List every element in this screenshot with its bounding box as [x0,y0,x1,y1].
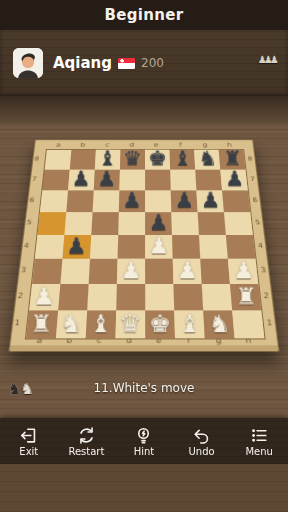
white-rook-h2[interactable]: ♜ [232,285,261,310]
square-e8[interactable]: ♚ [145,150,170,170]
square-h3[interactable]: ♟ [228,259,258,284]
white-pawn-e4[interactable]: ♟ [145,235,173,258]
black-pawn-c7[interactable]: ♟ [94,168,120,190]
square-c3[interactable] [89,259,118,284]
bottom-toolbar: Exit Restart Hint Undo Menu [0,418,288,464]
square-h7[interactable]: ♟ [220,170,247,191]
square-a1[interactable]: ♜ [26,310,58,338]
white-knight-b1[interactable]: ♞ [56,312,86,337]
square-g4[interactable] [199,235,228,259]
coord-label: 1 [13,309,22,337]
status-row: ♞♞ 11.White's move [0,380,288,398]
coord-label: 7 [249,169,256,190]
coord-label: 2 [16,283,24,309]
square-b6[interactable] [66,190,93,212]
square-a3[interactable] [32,259,62,284]
table-shadow [0,96,288,126]
square-f8[interactable]: ♝ [170,150,196,170]
square-e1[interactable]: ♚ [145,310,175,338]
square-f6[interactable]: ♟ [171,190,198,212]
square-a5[interactable] [37,212,66,235]
black-pawn-b7[interactable]: ♟ [68,168,94,190]
coord-label: 4 [22,234,30,258]
square-a7[interactable] [42,170,69,191]
square-c5[interactable] [91,212,119,235]
restart-icon [77,426,96,445]
square-b3[interactable] [60,259,90,284]
square-d4[interactable] [118,235,146,259]
white-pawn-h3[interactable]: ♟ [230,259,258,283]
square-e4[interactable]: ♟ [145,235,173,259]
chess-board[interactable]: abcdefgh abcdefgh 87654321 87654321 ♝♛♚♝… [8,139,279,351]
toolbar-label: Hint [134,446,155,457]
page-title: Beginner [105,6,184,24]
square-f2[interactable] [173,284,203,310]
white-king-e1[interactable]: ♚ [145,312,175,337]
white-queen-d1[interactable]: ♛ [116,312,146,337]
exit-icon [19,426,38,445]
footer-wood [0,464,288,512]
coord-label: 3 [19,258,27,283]
white-pawn-a2[interactable]: ♟ [29,285,58,310]
title-bar: Beginner [0,0,288,30]
square-f5[interactable] [171,212,199,235]
square-h5[interactable] [224,212,253,235]
undo-icon [192,426,211,445]
square-d6[interactable]: ♟ [119,190,145,212]
square-g1[interactable]: ♞ [203,310,234,338]
avatar [13,48,43,78]
square-f3[interactable]: ♟ [173,259,202,284]
square-a2[interactable]: ♟ [29,284,60,310]
square-g5[interactable] [198,212,226,235]
black-knight-g8[interactable]: ♞ [195,148,220,169]
square-d1[interactable]: ♛ [115,310,145,338]
white-bishop-c1[interactable]: ♝ [86,312,116,337]
square-h1[interactable] [232,310,264,338]
hint-button[interactable]: Hint [115,426,173,457]
square-b2[interactable] [58,284,88,310]
square-e2[interactable] [145,284,174,310]
coord-label: 4 [257,234,265,258]
coord-label: 8 [33,149,40,169]
coord-label: 6 [251,190,258,212]
hint-icon [134,426,153,445]
coord-label: b [70,141,95,149]
black-pawn-f6[interactable]: ♟ [171,189,197,211]
square-d3[interactable]: ♟ [117,259,145,284]
coord-label: 7 [31,169,38,190]
square-f1[interactable]: ♝ [174,310,205,338]
square-b4[interactable]: ♟ [62,235,91,259]
square-a8[interactable] [45,150,72,170]
coord-label: 1 [265,309,274,337]
toolbar-label: Restart [68,446,104,457]
avatar-image [13,48,43,78]
black-pawn-d6[interactable]: ♟ [119,189,145,211]
white-bishop-f1[interactable]: ♝ [175,312,205,337]
coord-label: 8 [247,149,254,169]
square-b1[interactable]: ♞ [56,310,87,338]
coord-label: a [46,141,71,149]
coord-label: 2 [262,283,270,309]
black-pawn-b4[interactable]: ♟ [63,235,91,258]
square-c4[interactable] [90,235,118,259]
menu-icon [250,426,269,445]
black-pawn-e5[interactable]: ♟ [145,211,172,234]
square-d8[interactable]: ♛ [120,150,145,170]
game-area: abcdefgh abcdefgh 87654321 87654321 ♝♛♚♝… [0,96,288,418]
restart-button[interactable]: Restart [58,426,116,457]
undo-button[interactable]: Undo [173,426,231,457]
coord-label: 3 [259,258,267,283]
black-pawn-h7[interactable]: ♟ [222,168,248,190]
toolbar-label: Menu [245,446,272,457]
white-knight-g1[interactable]: ♞ [205,312,235,337]
player-name: Aqiang [53,54,112,72]
coord-label: 5 [254,211,262,234]
singapore-flag-icon [118,58,135,69]
exit-button[interactable]: Exit [0,426,58,457]
square-e3[interactable] [145,259,173,284]
coord-label: 5 [25,211,33,234]
square-a6[interactable] [40,190,68,212]
toolbar-label: Exit [19,446,38,457]
black-bishop-f8[interactable]: ♝ [170,148,195,169]
captured-pieces-icon[interactable]: ♟♟♟ [258,54,276,65]
square-h6[interactable] [222,190,250,212]
square-c2[interactable] [87,284,117,310]
square-h2[interactable]: ♜ [230,284,261,310]
square-e7[interactable] [145,170,171,191]
square-g3[interactable] [200,259,230,284]
square-d5[interactable] [118,212,145,235]
black-queen-d8[interactable]: ♛ [120,148,145,169]
square-a4[interactable] [35,235,65,259]
white-pawn-f3[interactable]: ♟ [173,259,201,283]
toolbar-label: Undo [189,446,215,457]
black-pawn-g6[interactable]: ♟ [197,189,223,211]
square-b7[interactable]: ♟ [68,170,95,191]
square-c7[interactable]: ♟ [94,170,120,191]
square-g2[interactable] [202,284,232,310]
coord-label: 6 [28,190,35,212]
menu-button[interactable]: Menu [230,426,288,457]
white-rook-a1[interactable]: ♜ [26,312,56,337]
square-g8[interactable]: ♞ [194,150,220,170]
square-c6[interactable] [93,190,120,212]
square-f4[interactable] [172,235,200,259]
board-frame: abcdefgh abcdefgh 87654321 87654321 ♝♛♚♝… [8,139,279,351]
square-d2[interactable] [116,284,145,310]
board-grid[interactable]: ♝♛♚♝♞♜♟♟♟♟♟♟♟♟♟♟♟♟♟♜♜♞♝♛♚♝♞ [25,149,266,339]
move-status: 11.White's move [0,381,288,395]
square-h4[interactable] [226,235,256,259]
white-pawn-d3[interactable]: ♟ [117,259,145,283]
black-king-e8[interactable]: ♚ [145,148,170,169]
player-bar: Aqiang 200 ♟♟♟ [0,30,288,96]
player-rating: 200 [141,56,164,70]
square-c1[interactable]: ♝ [86,310,117,338]
square-g6[interactable]: ♟ [196,190,224,212]
